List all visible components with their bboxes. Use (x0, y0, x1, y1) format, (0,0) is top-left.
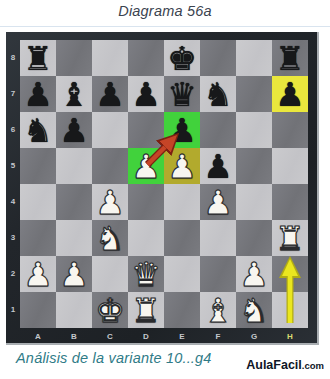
black-pawn: ♟ (95, 78, 125, 111)
square-a1[interactable] (20, 292, 56, 328)
square-c7[interactable]: ♟ (92, 76, 128, 112)
square-a2[interactable]: ♟ (20, 256, 56, 292)
white-pawn: ♟ (95, 186, 125, 219)
white-bishop: ♝ (203, 294, 233, 327)
square-b7[interactable]: ♝ (56, 76, 92, 112)
white-king: ♚ (95, 294, 125, 327)
square-a8[interactable]: ♜ (20, 40, 56, 76)
white-knight: ♞ (95, 222, 125, 255)
square-d7[interactable]: ♟ (128, 76, 164, 112)
square-c3[interactable]: ♞ (92, 220, 128, 256)
square-e2[interactable] (164, 256, 200, 292)
page: Diagrama 56a ♜♚♜♟♝♟♟♛♞♟♞♟♟♟♟♟♟♟♞♜♟♟♛♟♚♜♝… (0, 0, 330, 379)
square-d8[interactable] (128, 40, 164, 76)
rank-label-2: 2 (6, 256, 20, 292)
rank-label-8: 8 (6, 40, 20, 76)
rank-label-4: 4 (6, 184, 20, 220)
square-c5[interactable] (92, 148, 128, 184)
square-b4[interactable] (56, 184, 92, 220)
square-h2[interactable] (272, 256, 308, 292)
square-b8[interactable] (56, 40, 92, 76)
square-f8[interactable] (200, 40, 236, 76)
black-pawn: ♟ (23, 78, 53, 111)
file-label-b: B (56, 331, 92, 343)
square-b3[interactable] (56, 220, 92, 256)
square-g4[interactable] (236, 184, 272, 220)
white-pawn: ♟ (23, 258, 53, 291)
square-f4[interactable]: ♟ (200, 184, 236, 220)
square-d3[interactable] (128, 220, 164, 256)
rank-label-7: 7 (6, 76, 20, 112)
square-b5[interactable] (56, 148, 92, 184)
square-b1[interactable] (56, 292, 92, 328)
diagram-title: Diagrama 56a (0, 3, 330, 19)
rank-label-1: 1 (6, 292, 20, 328)
black-pawn: ♟ (275, 78, 305, 111)
file-label-h: H (272, 331, 308, 343)
white-pawn: ♟ (167, 150, 197, 183)
square-f7[interactable]: ♞ (200, 76, 236, 112)
black-pawn: ♟ (203, 150, 233, 183)
square-h3[interactable]: ♜ (272, 220, 308, 256)
chess-board: ♜♚♜♟♝♟♟♛♞♟♞♟♟♟♟♟♟♟♞♜♟♟♛♟♚♜♝♞ 87654321 AB… (6, 32, 319, 345)
square-c2[interactable] (92, 256, 128, 292)
white-pawn: ♟ (239, 258, 269, 291)
square-g3[interactable] (236, 220, 272, 256)
brand-logo: AulaFacil.com (246, 355, 324, 373)
square-e3[interactable] (164, 220, 200, 256)
square-g7[interactable] (236, 76, 272, 112)
rank-label-3: 3 (6, 220, 20, 256)
square-e1[interactable] (164, 292, 200, 328)
caption: Análisis de la variante 10...g4 (16, 350, 212, 366)
square-c4[interactable]: ♟ (92, 184, 128, 220)
square-d5[interactable]: ♟ (128, 148, 164, 184)
square-h1[interactable] (272, 292, 308, 328)
square-f5[interactable]: ♟ (200, 148, 236, 184)
square-c6[interactable] (92, 112, 128, 148)
black-knight: ♞ (23, 114, 53, 147)
board-grid: ♜♚♜♟♝♟♟♛♞♟♞♟♟♟♟♟♟♟♞♜♟♟♛♟♚♜♝♞ (20, 40, 308, 328)
square-a5[interactable] (20, 148, 56, 184)
white-pawn: ♟ (203, 186, 233, 219)
square-f6[interactable] (200, 112, 236, 148)
file-label-d: D (128, 331, 164, 343)
square-f1[interactable]: ♝ (200, 292, 236, 328)
square-h5[interactable] (272, 148, 308, 184)
square-h6[interactable] (272, 112, 308, 148)
file-label-c: C (92, 331, 128, 343)
white-pawn: ♟ (131, 150, 161, 183)
file-label-a: A (20, 331, 56, 343)
square-c1[interactable]: ♚ (92, 292, 128, 328)
square-a3[interactable] (20, 220, 56, 256)
square-g2[interactable]: ♟ (236, 256, 272, 292)
white-rook: ♜ (131, 294, 161, 327)
black-knight: ♞ (203, 78, 233, 111)
square-f2[interactable] (200, 256, 236, 292)
black-rook: ♜ (23, 42, 53, 75)
square-d2[interactable]: ♛ (128, 256, 164, 292)
square-d4[interactable] (128, 184, 164, 220)
title-divider (0, 26, 330, 27)
black-pawn: ♟ (131, 78, 161, 111)
black-pawn: ♟ (59, 114, 89, 147)
square-b6[interactable]: ♟ (56, 112, 92, 148)
square-e4[interactable] (164, 184, 200, 220)
square-g5[interactable] (236, 148, 272, 184)
square-e6[interactable]: ♟ (164, 112, 200, 148)
white-pawn: ♟ (59, 258, 89, 291)
square-h4[interactable] (272, 184, 308, 220)
black-king: ♚ (167, 42, 197, 75)
black-bishop: ♝ (59, 78, 89, 111)
square-h7[interactable]: ♟ (272, 76, 308, 112)
rank-label-6: 6 (6, 112, 20, 148)
white-queen: ♛ (131, 258, 161, 291)
rank-label-5: 5 (6, 148, 20, 184)
brand-name: AulaFacil (246, 358, 302, 372)
square-e7[interactable]: ♛ (164, 76, 200, 112)
square-b2[interactable]: ♟ (56, 256, 92, 292)
square-f3[interactable] (200, 220, 236, 256)
file-label-g: G (236, 331, 272, 343)
black-queen: ♛ (167, 78, 197, 111)
square-a4[interactable] (20, 184, 56, 220)
square-g1[interactable]: ♞ (236, 292, 272, 328)
file-label-e: E (164, 331, 200, 343)
square-e5[interactable]: ♟ (164, 148, 200, 184)
square-g8[interactable] (236, 40, 272, 76)
square-c8[interactable] (92, 40, 128, 76)
black-rook: ♜ (275, 42, 305, 75)
square-e8[interactable]: ♚ (164, 40, 200, 76)
brand-tld: .com (302, 360, 324, 371)
black-pawn: ♟ (167, 114, 197, 147)
square-a7[interactable]: ♟ (20, 76, 56, 112)
square-g6[interactable] (236, 112, 272, 148)
square-d1[interactable]: ♜ (128, 292, 164, 328)
square-a6[interactable]: ♞ (20, 112, 56, 148)
square-h8[interactable]: ♜ (272, 40, 308, 76)
file-label-f: F (200, 331, 236, 343)
square-d6[interactable] (128, 112, 164, 148)
white-rook: ♜ (275, 222, 305, 255)
white-knight: ♞ (239, 294, 269, 327)
